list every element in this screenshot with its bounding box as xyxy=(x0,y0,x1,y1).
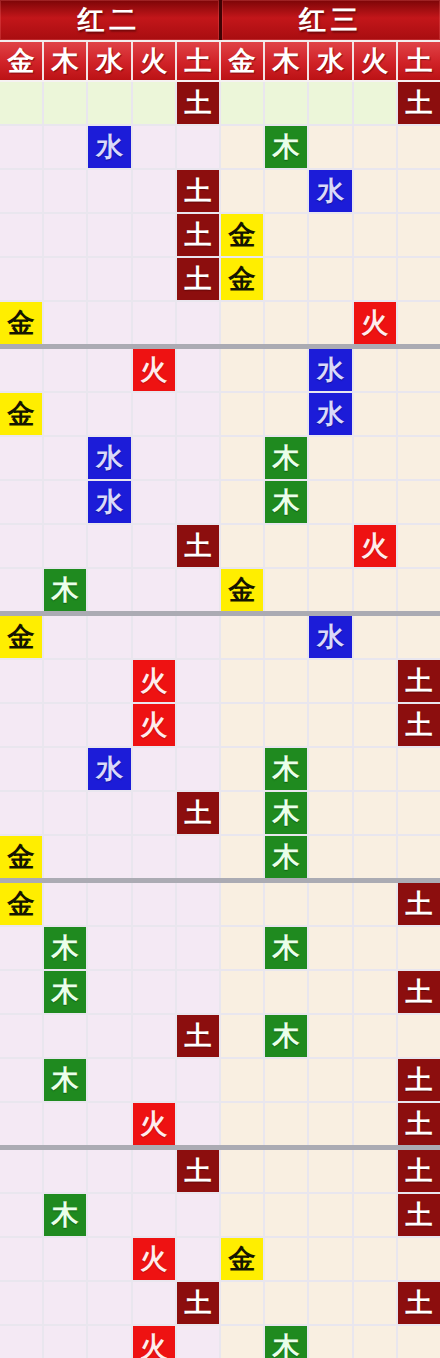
cell-r12c9 xyxy=(354,569,396,611)
cell-r16c9 xyxy=(354,748,396,790)
cell-r15c5 xyxy=(177,704,219,746)
cell-r18c8 xyxy=(309,836,351,878)
cell-r1c1 xyxy=(0,82,42,124)
cell-r17c9 xyxy=(354,792,396,834)
cell-r16c8 xyxy=(309,748,351,790)
cell-r23c6 xyxy=(221,1059,263,1101)
cell-r1c4 xyxy=(133,82,175,124)
cell-r26c4 xyxy=(133,1194,175,1236)
cell-r25c7 xyxy=(265,1150,307,1192)
cell-r4c8 xyxy=(309,214,351,256)
tile-fire-r6c9: 火 xyxy=(354,302,396,344)
cell-r23c5 xyxy=(177,1059,219,1101)
cell-r21c5 xyxy=(177,971,219,1013)
cell-r28c4 xyxy=(133,1282,175,1324)
tile-wood-r23c2: 木 xyxy=(44,1059,86,1101)
cell-r25c8 xyxy=(309,1150,351,1192)
tile-fire-r14c4: 火 xyxy=(133,660,175,702)
cell-r8c5 xyxy=(177,393,219,435)
cell-r28c7 xyxy=(265,1282,307,1324)
cell-r26c9 xyxy=(354,1194,396,1236)
column-header-gold-right: 金 xyxy=(221,42,263,80)
cell-r21c8 xyxy=(309,971,351,1013)
column-header-water-left: 水 xyxy=(88,42,130,80)
cell-r28c8 xyxy=(309,1282,351,1324)
cell-r14c7 xyxy=(265,660,307,702)
cell-r24c2 xyxy=(44,1103,86,1145)
cell-r6c2 xyxy=(44,302,86,344)
tile-earth-r3c5: 土 xyxy=(177,170,219,212)
cell-r24c5 xyxy=(177,1103,219,1145)
cell-r17c4 xyxy=(133,792,175,834)
tile-wood-r16c7: 木 xyxy=(265,748,307,790)
cell-r29c2 xyxy=(44,1326,86,1358)
cell-r14c1 xyxy=(0,660,42,702)
row-group-2: 火水金水水木水木土火木金 xyxy=(0,349,440,611)
cell-r19c2 xyxy=(44,883,86,925)
group-header-row: 红二 红三 xyxy=(0,0,440,42)
row-group-4: 金土木木木土土木木土火土 xyxy=(0,883,440,1145)
cell-r6c6 xyxy=(221,302,263,344)
cell-r11c6 xyxy=(221,525,263,567)
group-header-hong-san: 红三 xyxy=(222,0,440,40)
tile-earth-r23c10: 土 xyxy=(398,1059,440,1101)
cell-r8c3 xyxy=(88,393,130,435)
cell-r28c3 xyxy=(88,1282,130,1324)
tile-earth-r14c10: 土 xyxy=(398,660,440,702)
tile-earth-r11c5: 土 xyxy=(177,525,219,567)
cell-r19c8 xyxy=(309,883,351,925)
tile-earth-r28c10: 土 xyxy=(398,1282,440,1324)
cell-r29c6 xyxy=(221,1326,263,1358)
cell-r25c1 xyxy=(0,1150,42,1192)
cell-r16c10 xyxy=(398,748,440,790)
cell-r13c2 xyxy=(44,616,86,658)
cell-r10c9 xyxy=(354,481,396,523)
tile-wood-r18c7: 木 xyxy=(265,836,307,878)
row-group-3: 金水火土火土水木土木金木 xyxy=(0,616,440,878)
tile-earth-r5c5: 土 xyxy=(177,258,219,300)
cell-r27c2 xyxy=(44,1238,86,1280)
tile-gold-r18c1: 金 xyxy=(0,836,42,878)
cell-r11c10 xyxy=(398,525,440,567)
cell-r7c6 xyxy=(221,349,263,391)
cell-r9c2 xyxy=(44,437,86,479)
cell-r8c6 xyxy=(221,393,263,435)
cell-r2c9 xyxy=(354,126,396,168)
cell-r10c2 xyxy=(44,481,86,523)
cell-r14c9 xyxy=(354,660,396,702)
cell-r20c4 xyxy=(133,927,175,969)
cell-r25c2 xyxy=(44,1150,86,1192)
column-header-earth-left: 土 xyxy=(177,42,219,80)
cell-r14c3 xyxy=(88,660,130,702)
cell-r20c5 xyxy=(177,927,219,969)
cell-r22c4 xyxy=(133,1015,175,1057)
cell-r19c5 xyxy=(177,883,219,925)
cell-r25c6 xyxy=(221,1150,263,1192)
column-header-wood-left: 木 xyxy=(44,42,86,80)
cell-r9c6 xyxy=(221,437,263,479)
tile-earth-r1c5: 土 xyxy=(177,82,219,124)
tile-wood-r20c7: 木 xyxy=(265,927,307,969)
cell-r6c10 xyxy=(398,302,440,344)
tile-wood-r29c7: 木 xyxy=(265,1326,307,1358)
cell-r29c8 xyxy=(309,1326,351,1358)
cell-r11c7 xyxy=(265,525,307,567)
cell-r19c9 xyxy=(354,883,396,925)
cell-r6c7 xyxy=(265,302,307,344)
cell-r23c3 xyxy=(88,1059,130,1101)
cell-r28c6 xyxy=(221,1282,263,1324)
cell-r6c3 xyxy=(88,302,130,344)
cell-r23c7 xyxy=(265,1059,307,1101)
cell-r18c6 xyxy=(221,836,263,878)
cell-r1c3 xyxy=(88,82,130,124)
cell-r3c10 xyxy=(398,170,440,212)
cell-r15c3 xyxy=(88,704,130,746)
tile-fire-r15c4: 火 xyxy=(133,704,175,746)
cell-r26c8 xyxy=(309,1194,351,1236)
cell-r19c3 xyxy=(88,883,130,925)
column-header-earth-right: 土 xyxy=(398,42,440,80)
cell-r2c8 xyxy=(309,126,351,168)
cell-r12c1 xyxy=(0,569,42,611)
cell-r6c8 xyxy=(309,302,351,344)
cell-r22c1 xyxy=(0,1015,42,1057)
cell-r18c4 xyxy=(133,836,175,878)
cell-r21c3 xyxy=(88,971,130,1013)
cell-r9c1 xyxy=(0,437,42,479)
cell-r9c8 xyxy=(309,437,351,479)
cell-r3c3 xyxy=(88,170,130,212)
cell-r28c1 xyxy=(0,1282,42,1324)
cell-r19c6 xyxy=(221,883,263,925)
column-header-water-right: 水 xyxy=(309,42,351,80)
tile-gold-r27c6: 金 xyxy=(221,1238,263,1280)
cell-r11c8 xyxy=(309,525,351,567)
cell-r15c1 xyxy=(0,704,42,746)
tile-wood-r20c2: 木 xyxy=(44,927,86,969)
cell-r27c10 xyxy=(398,1238,440,1280)
tile-gold-r5c6: 金 xyxy=(221,258,263,300)
cell-r16c6 xyxy=(221,748,263,790)
cell-r18c10 xyxy=(398,836,440,878)
cell-r26c6 xyxy=(221,1194,263,1236)
cell-r15c9 xyxy=(354,704,396,746)
cell-r23c4 xyxy=(133,1059,175,1101)
cell-r25c9 xyxy=(354,1150,396,1192)
cell-r2c5 xyxy=(177,126,219,168)
cell-r2c10 xyxy=(398,126,440,168)
cell-r23c9 xyxy=(354,1059,396,1101)
cell-r8c10 xyxy=(398,393,440,435)
cell-r11c1 xyxy=(0,525,42,567)
tile-earth-r1c10: 土 xyxy=(398,82,440,124)
cell-r24c7 xyxy=(265,1103,307,1145)
cell-r1c2 xyxy=(44,82,86,124)
tile-earth-r17c5: 土 xyxy=(177,792,219,834)
tile-gold-r13c1: 金 xyxy=(0,616,42,658)
cell-r12c10 xyxy=(398,569,440,611)
tile-wood-r2c7: 木 xyxy=(265,126,307,168)
cell-r29c9 xyxy=(354,1326,396,1358)
tile-gold-r6c1: 金 xyxy=(0,302,42,344)
tile-wood-r26c2: 木 xyxy=(44,1194,86,1236)
cell-r19c4 xyxy=(133,883,175,925)
cell-r16c2 xyxy=(44,748,86,790)
tile-fire-r24c4: 火 xyxy=(133,1103,175,1145)
cell-r13c9 xyxy=(354,616,396,658)
cell-r7c3 xyxy=(88,349,130,391)
column-header-fire-left: 火 xyxy=(133,42,175,80)
cell-r5c8 xyxy=(309,258,351,300)
cell-r26c7 xyxy=(265,1194,307,1236)
group-header-hong-er: 红二 xyxy=(0,0,219,40)
tile-water-r7c8: 水 xyxy=(309,349,351,391)
column-header-fire-right: 火 xyxy=(354,42,396,80)
cell-r5c2 xyxy=(44,258,86,300)
cell-r4c10 xyxy=(398,214,440,256)
tile-wood-r12c2: 木 xyxy=(44,569,86,611)
cell-r7c7 xyxy=(265,349,307,391)
cell-r24c3 xyxy=(88,1103,130,1145)
tile-fire-r29c4: 火 xyxy=(133,1326,175,1358)
cell-r7c1 xyxy=(0,349,42,391)
cell-r9c4 xyxy=(133,437,175,479)
cell-r7c10 xyxy=(398,349,440,391)
cell-r22c2 xyxy=(44,1015,86,1057)
cell-r9c9 xyxy=(354,437,396,479)
cell-r27c9 xyxy=(354,1238,396,1280)
tile-wood-r17c7: 木 xyxy=(265,792,307,834)
tile-earth-r25c10: 土 xyxy=(398,1150,440,1192)
cell-r18c9 xyxy=(354,836,396,878)
cell-r29c3 xyxy=(88,1326,130,1358)
cell-r21c4 xyxy=(133,971,175,1013)
cell-r16c5 xyxy=(177,748,219,790)
cell-r5c9 xyxy=(354,258,396,300)
cell-r5c1 xyxy=(0,258,42,300)
cell-r23c1 xyxy=(0,1059,42,1101)
cell-r17c3 xyxy=(88,792,130,834)
cell-r13c6 xyxy=(221,616,263,658)
cell-r1c8 xyxy=(309,82,351,124)
cell-r24c1 xyxy=(0,1103,42,1145)
tile-earth-r4c5: 土 xyxy=(177,214,219,256)
cell-r13c3 xyxy=(88,616,130,658)
tile-wood-r10c7: 木 xyxy=(265,481,307,523)
cell-r7c9 xyxy=(354,349,396,391)
cell-r20c1 xyxy=(0,927,42,969)
cell-r9c10 xyxy=(398,437,440,479)
cell-r25c4 xyxy=(133,1150,175,1192)
cell-r9c5 xyxy=(177,437,219,479)
cell-r15c7 xyxy=(265,704,307,746)
cell-r14c8 xyxy=(309,660,351,702)
cell-r15c2 xyxy=(44,704,86,746)
cell-r28c2 xyxy=(44,1282,86,1324)
cell-r3c6 xyxy=(221,170,263,212)
cell-r1c9 xyxy=(354,82,396,124)
cell-r4c9 xyxy=(354,214,396,256)
cell-r22c8 xyxy=(309,1015,351,1057)
cell-r12c3 xyxy=(88,569,130,611)
cell-r10c5 xyxy=(177,481,219,523)
cell-r21c9 xyxy=(354,971,396,1013)
tile-earth-r21c10: 土 xyxy=(398,971,440,1013)
cell-r12c8 xyxy=(309,569,351,611)
cell-r26c1 xyxy=(0,1194,42,1236)
tile-gold-r8c1: 金 xyxy=(0,393,42,435)
cell-r10c10 xyxy=(398,481,440,523)
cell-r17c6 xyxy=(221,792,263,834)
column-header-wood-right: 木 xyxy=(265,42,307,80)
tile-earth-r19c10: 土 xyxy=(398,883,440,925)
cell-r12c7 xyxy=(265,569,307,611)
cell-r20c10 xyxy=(398,927,440,969)
tile-water-r8c8: 水 xyxy=(309,393,351,435)
cell-r13c4 xyxy=(133,616,175,658)
tile-wood-r22c7: 木 xyxy=(265,1015,307,1057)
column-header-gold-left: 金 xyxy=(0,42,42,80)
tile-wood-r21c2: 木 xyxy=(44,971,86,1013)
tile-water-r2c3: 水 xyxy=(88,126,130,168)
cell-r22c6 xyxy=(221,1015,263,1057)
cell-r24c9 xyxy=(354,1103,396,1145)
cell-r13c7 xyxy=(265,616,307,658)
cell-r13c10 xyxy=(398,616,440,658)
cell-r28c9 xyxy=(354,1282,396,1324)
cell-r13c5 xyxy=(177,616,219,658)
cell-r16c1 xyxy=(0,748,42,790)
cell-r20c9 xyxy=(354,927,396,969)
cell-r18c5 xyxy=(177,836,219,878)
cell-r22c3 xyxy=(88,1015,130,1057)
cell-r2c6 xyxy=(221,126,263,168)
tile-fire-r7c4: 火 xyxy=(133,349,175,391)
tile-earth-r22c5: 土 xyxy=(177,1015,219,1057)
cell-r4c2 xyxy=(44,214,86,256)
cell-r26c5 xyxy=(177,1194,219,1236)
cell-r27c1 xyxy=(0,1238,42,1280)
cell-r4c4 xyxy=(133,214,175,256)
cell-r3c4 xyxy=(133,170,175,212)
cell-r27c8 xyxy=(309,1238,351,1280)
cell-r2c1 xyxy=(0,126,42,168)
cell-r17c1 xyxy=(0,792,42,834)
cell-r17c10 xyxy=(398,792,440,834)
cell-r26c3 xyxy=(88,1194,130,1236)
cell-r8c4 xyxy=(133,393,175,435)
cell-r4c3 xyxy=(88,214,130,256)
cell-r6c4 xyxy=(133,302,175,344)
cell-r10c6 xyxy=(221,481,263,523)
tile-water-r10c3: 水 xyxy=(88,481,130,523)
cell-r8c7 xyxy=(265,393,307,435)
tile-water-r9c3: 水 xyxy=(88,437,130,479)
column-header-row: 金木水火土金木水火土 xyxy=(0,42,440,82)
cell-r17c8 xyxy=(309,792,351,834)
cell-r11c4 xyxy=(133,525,175,567)
cell-r21c1 xyxy=(0,971,42,1013)
cell-r12c5 xyxy=(177,569,219,611)
cell-r10c8 xyxy=(309,481,351,523)
cell-r22c9 xyxy=(354,1015,396,1057)
cell-r27c7 xyxy=(265,1238,307,1280)
cell-r3c2 xyxy=(44,170,86,212)
cell-r11c2 xyxy=(44,525,86,567)
cell-r1c7 xyxy=(265,82,307,124)
cell-r27c3 xyxy=(88,1238,130,1280)
wuxing-trend-board: 红二 红三 金木水火土金木水火土 土土水木土水土金土金金火火水金水水木水木土火木… xyxy=(0,0,440,1358)
cell-r19c7 xyxy=(265,883,307,925)
tile-earth-r25c5: 土 xyxy=(177,1150,219,1192)
tile-gold-r12c6: 金 xyxy=(221,569,263,611)
cell-r14c6 xyxy=(221,660,263,702)
cell-r12c4 xyxy=(133,569,175,611)
cell-r3c1 xyxy=(0,170,42,212)
tile-earth-r15c10: 土 xyxy=(398,704,440,746)
cell-r6c5 xyxy=(177,302,219,344)
cell-r20c3 xyxy=(88,927,130,969)
cell-r17c2 xyxy=(44,792,86,834)
cell-r1c6 xyxy=(221,82,263,124)
cell-r8c2 xyxy=(44,393,86,435)
tile-earth-r26c10: 土 xyxy=(398,1194,440,1236)
cell-r15c6 xyxy=(221,704,263,746)
cell-r5c4 xyxy=(133,258,175,300)
tile-gold-r4c6: 金 xyxy=(221,214,263,256)
cell-r10c1 xyxy=(0,481,42,523)
cell-r16c4 xyxy=(133,748,175,790)
cell-r24c8 xyxy=(309,1103,351,1145)
cell-r14c5 xyxy=(177,660,219,702)
cell-r29c10 xyxy=(398,1326,440,1358)
tile-gold-r19c1: 金 xyxy=(0,883,42,925)
cell-r10c4 xyxy=(133,481,175,523)
cell-r22c10 xyxy=(398,1015,440,1057)
cell-r21c6 xyxy=(221,971,263,1013)
cell-r29c1 xyxy=(0,1326,42,1358)
cell-r24c6 xyxy=(221,1103,263,1145)
tile-fire-r11c9: 火 xyxy=(354,525,396,567)
tile-water-r13c8: 水 xyxy=(309,616,351,658)
cell-r20c6 xyxy=(221,927,263,969)
cell-r4c1 xyxy=(0,214,42,256)
tile-fire-r27c4: 火 xyxy=(133,1238,175,1280)
cell-r7c2 xyxy=(44,349,86,391)
cell-r23c8 xyxy=(309,1059,351,1101)
cell-r14c2 xyxy=(44,660,86,702)
cell-r29c5 xyxy=(177,1326,219,1358)
cell-r18c3 xyxy=(88,836,130,878)
cell-r8c9 xyxy=(354,393,396,435)
tile-water-r16c3: 水 xyxy=(88,748,130,790)
tile-water-r3c8: 水 xyxy=(309,170,351,212)
cell-r15c8 xyxy=(309,704,351,746)
cell-r25c3 xyxy=(88,1150,130,1192)
cell-r21c7 xyxy=(265,971,307,1013)
cell-r27c5 xyxy=(177,1238,219,1280)
cell-r4c7 xyxy=(265,214,307,256)
cell-r3c7 xyxy=(265,170,307,212)
trend-grid: 土土水木土水土金土金金火火水金水水木水木土火木金金水火土火土水木土木金木金土木木… xyxy=(0,82,440,1358)
row-group-5: 土土木土火金土土火木火土 xyxy=(0,1150,440,1358)
cell-r2c4 xyxy=(133,126,175,168)
cell-r7c5 xyxy=(177,349,219,391)
cell-r5c10 xyxy=(398,258,440,300)
